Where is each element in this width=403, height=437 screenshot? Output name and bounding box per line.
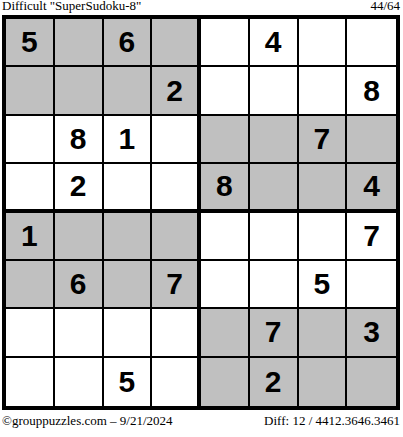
puzzle-page: Difficult "SuperSudoku-8" 44/64 56428817… bbox=[0, 0, 403, 437]
cell-r4c5: 8 bbox=[201, 164, 250, 212]
cell-r2c2[interactable] bbox=[55, 67, 104, 115]
cell-r4c2: 2 bbox=[55, 164, 104, 212]
cell-r8c4[interactable] bbox=[152, 358, 201, 406]
cell-r7c5[interactable] bbox=[201, 309, 250, 357]
cell-r3c1[interactable] bbox=[6, 116, 55, 164]
cell-r8c2[interactable] bbox=[55, 358, 104, 406]
cell-r8c6: 2 bbox=[250, 358, 299, 406]
sudoku-board: 56428817284176757352 bbox=[2, 15, 400, 410]
cell-r1c3: 6 bbox=[104, 19, 153, 67]
cell-r5c1: 1 bbox=[6, 213, 55, 261]
cell-r4c8: 4 bbox=[347, 164, 396, 212]
cell-r8c7[interactable] bbox=[299, 358, 348, 406]
cell-r2c8: 8 bbox=[347, 67, 396, 115]
cell-r2c1[interactable] bbox=[6, 67, 55, 115]
cell-r2c5[interactable] bbox=[201, 67, 250, 115]
cell-r6c6[interactable] bbox=[250, 261, 299, 309]
cell-r1c1: 5 bbox=[6, 19, 55, 67]
cell-r5c7[interactable] bbox=[299, 213, 348, 261]
cell-r8c1[interactable] bbox=[6, 358, 55, 406]
cell-r7c6: 7 bbox=[250, 309, 299, 357]
cell-r2c7[interactable] bbox=[299, 67, 348, 115]
puzzle-title: Difficult "SuperSudoku-8" bbox=[2, 0, 141, 13]
difficulty-text: Diff: 12 / 4412.3646.3461 bbox=[264, 413, 400, 428]
cell-r6c7: 5 bbox=[299, 261, 348, 309]
cell-r7c3[interactable] bbox=[104, 309, 153, 357]
cell-r3c2: 8 bbox=[55, 116, 104, 164]
cell-r3c6[interactable] bbox=[250, 116, 299, 164]
cell-r8c3: 5 bbox=[104, 358, 153, 406]
header: Difficult "SuperSudoku-8" 44/64 bbox=[2, 0, 400, 13]
cell-r5c6[interactable] bbox=[250, 213, 299, 261]
cell-r6c4: 7 bbox=[152, 261, 201, 309]
cell-r2c6[interactable] bbox=[250, 67, 299, 115]
cell-r6c1[interactable] bbox=[6, 261, 55, 309]
cell-r6c3[interactable] bbox=[104, 261, 153, 309]
cell-r6c8[interactable] bbox=[347, 261, 396, 309]
cell-r4c6[interactable] bbox=[250, 164, 299, 212]
cell-r5c5[interactable] bbox=[201, 213, 250, 261]
cell-r6c5[interactable] bbox=[201, 261, 250, 309]
cell-r1c8[interactable] bbox=[347, 19, 396, 67]
cell-r3c8[interactable] bbox=[347, 116, 396, 164]
cell-r5c4[interactable] bbox=[152, 213, 201, 261]
cell-r2c3[interactable] bbox=[104, 67, 153, 115]
cell-r8c5[interactable] bbox=[201, 358, 250, 406]
cell-r3c4[interactable] bbox=[152, 116, 201, 164]
cell-r4c4[interactable] bbox=[152, 164, 201, 212]
cell-r1c5[interactable] bbox=[201, 19, 250, 67]
cell-r2c4: 2 bbox=[152, 67, 201, 115]
copyright-text: ©grouppuzzles.com – 9/21/2024 bbox=[2, 413, 173, 428]
cell-r7c4[interactable] bbox=[152, 309, 201, 357]
cell-r4c7[interactable] bbox=[299, 164, 348, 212]
cell-r1c6: 4 bbox=[250, 19, 299, 67]
cell-r3c3: 1 bbox=[104, 116, 153, 164]
cell-r3c5[interactable] bbox=[201, 116, 250, 164]
footer: ©grouppuzzles.com – 9/21/2024 Diff: 12 /… bbox=[2, 413, 400, 428]
cell-r8c8[interactable] bbox=[347, 358, 396, 406]
cell-r7c8: 3 bbox=[347, 309, 396, 357]
cell-r7c2[interactable] bbox=[55, 309, 104, 357]
cell-r1c7[interactable] bbox=[299, 19, 348, 67]
cell-r6c2: 6 bbox=[55, 261, 104, 309]
cell-r1c4[interactable] bbox=[152, 19, 201, 67]
cell-r4c1[interactable] bbox=[6, 164, 55, 212]
clue-counter: 44/64 bbox=[370, 0, 400, 13]
cell-r1c2[interactable] bbox=[55, 19, 104, 67]
cell-r5c2[interactable] bbox=[55, 213, 104, 261]
cell-r7c7[interactable] bbox=[299, 309, 348, 357]
cell-r3c7: 7 bbox=[299, 116, 348, 164]
cell-r5c3[interactable] bbox=[104, 213, 153, 261]
cell-r4c3[interactable] bbox=[104, 164, 153, 212]
cell-r5c8: 7 bbox=[347, 213, 396, 261]
cell-r7c1[interactable] bbox=[6, 309, 55, 357]
